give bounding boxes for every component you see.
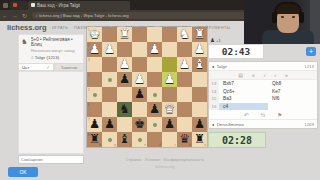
white-pawn: ♟ bbox=[177, 57, 192, 72]
player-row: ● DenisSmirnov 1269 bbox=[209, 119, 317, 128]
footer-links[interactable]: Справка · Условия · Конфиденциальность bbox=[110, 157, 220, 162]
move-white[interactable]: Qc6+ bbox=[219, 88, 268, 96]
square-g2[interactable]: ♟ bbox=[102, 42, 117, 57]
white-bishop: ♝ bbox=[192, 57, 207, 72]
square-g6[interactable] bbox=[102, 102, 117, 117]
chat-tabs: Чат ✓ Заметки bbox=[18, 63, 84, 71]
square-f5[interactable] bbox=[117, 87, 132, 102]
player-clock: 02:28 bbox=[208, 132, 266, 148]
square-d5[interactable] bbox=[147, 87, 162, 102]
move-row: 15Ba3Nf6 bbox=[209, 95, 317, 103]
white-rook: ♜ bbox=[117, 27, 132, 42]
move-black[interactable] bbox=[268, 103, 317, 111]
square-c4[interactable]: ♟ bbox=[162, 72, 177, 87]
blue-action-button[interactable]: OK bbox=[8, 167, 38, 177]
black-pawn: ♟ bbox=[162, 117, 177, 132]
chat-input[interactable] bbox=[18, 155, 84, 164]
move-row: 14Qc6+Ke7 bbox=[209, 88, 317, 96]
game-time-line: Несколько минут назад bbox=[31, 48, 81, 53]
white-pawn: ♟ bbox=[147, 42, 162, 57]
browser-tab-other[interactable] bbox=[10, 1, 28, 10]
lichess-logo[interactable]: lichess.org bbox=[7, 23, 47, 32]
square-h6[interactable]: 6 bbox=[87, 102, 102, 117]
square-a1[interactable]: ♜ bbox=[192, 27, 207, 42]
white-pawn: ♟ bbox=[102, 42, 117, 57]
move-black[interactable]: Nf6 bbox=[268, 95, 317, 103]
black-pawn: ♟ bbox=[147, 102, 162, 117]
last-move-highlight bbox=[162, 57, 177, 72]
tab-favicon bbox=[13, 3, 17, 7]
square-c5[interactable] bbox=[162, 87, 177, 102]
square-f6[interactable]: ♞ bbox=[117, 102, 132, 117]
url-text: lichess.org | Ваш ход - Игра Talgir - li… bbox=[39, 13, 129, 18]
material-advantage: ♟ +1 bbox=[210, 37, 221, 43]
reload-icon[interactable]: ↻ bbox=[22, 12, 27, 19]
headphone-cup-left-icon bbox=[272, 12, 277, 23]
square-g3[interactable] bbox=[102, 57, 117, 72]
square-e5[interactable]: ♟ bbox=[132, 87, 147, 102]
browser-menu-icon[interactable] bbox=[3, 3, 8, 8]
nav-item[interactable]: ИГРАТЬ bbox=[52, 25, 68, 30]
square-a4[interactable] bbox=[192, 72, 207, 87]
square-b3[interactable]: ♟ bbox=[177, 57, 192, 72]
square-e1[interactable] bbox=[132, 27, 147, 42]
square-g7[interactable]: ♟ bbox=[102, 117, 117, 132]
move-number: 15 bbox=[209, 95, 219, 103]
square-g4[interactable] bbox=[102, 72, 117, 87]
black-pawn: ♟ bbox=[102, 117, 117, 132]
white-player-line[interactable]: ○ Talgir (1213) bbox=[31, 55, 81, 60]
square-a3[interactable]: ♝ bbox=[192, 57, 207, 72]
square-d6[interactable]: ♟ bbox=[147, 102, 162, 117]
legal-move-dot bbox=[153, 123, 157, 127]
move-row: 16c4 bbox=[209, 103, 317, 111]
tab-chat-label: Чат bbox=[22, 65, 29, 70]
white-knight: ♞ bbox=[177, 27, 192, 42]
game-action-bar: ↶½⚑ bbox=[209, 110, 317, 119]
next-move-icon[interactable]: › bbox=[274, 72, 276, 78]
back-icon[interactable]: ← bbox=[2, 13, 8, 19]
square-h8[interactable]: ♜8h bbox=[87, 132, 102, 147]
square-f1[interactable]: ♜ bbox=[117, 27, 132, 42]
move-list-panel: ● Talgir 1213 ▤«‹›» 13Bxb7Qb814Qc6+Ke715… bbox=[208, 61, 318, 129]
opponent-rating: 1213 bbox=[304, 64, 314, 69]
black-king: ♚ bbox=[132, 117, 147, 132]
square-f8[interactable]: ♝f bbox=[117, 132, 132, 147]
legal-move-dot bbox=[138, 138, 142, 142]
square-h1[interactable]: ♚1 bbox=[87, 27, 102, 42]
square-b2[interactable] bbox=[177, 42, 192, 57]
give-time-button[interactable]: + bbox=[306, 47, 316, 56]
square-g1[interactable] bbox=[102, 27, 117, 42]
opponent-row: ● Talgir 1213 bbox=[209, 62, 317, 71]
black-pawn: ♟ bbox=[132, 87, 147, 102]
square-c1[interactable] bbox=[162, 27, 177, 42]
square-a7[interactable]: ♟ bbox=[192, 117, 207, 132]
square-a5[interactable] bbox=[192, 87, 207, 102]
move-black[interactable]: Qb8 bbox=[268, 80, 317, 88]
chat-toggle-check-icon[interactable]: ✓ bbox=[46, 65, 50, 70]
resign-flag-icon[interactable]: ⚑ bbox=[277, 112, 282, 118]
square-h7[interactable]: ♟7 bbox=[87, 117, 102, 132]
headphones-band-icon bbox=[274, 2, 302, 12]
move-table: 13Bxb7Qb814Qc6+Ke715Ba3Nf616c4 bbox=[209, 80, 317, 110]
black-pawn: ♟ bbox=[192, 117, 207, 132]
white-pawn: ♟ bbox=[117, 57, 132, 72]
legal-move-dot bbox=[153, 93, 157, 97]
square-e8[interactable]: e bbox=[132, 132, 147, 147]
square-f4[interactable]: ♟ bbox=[117, 72, 132, 87]
move-white[interactable]: Bxb7 bbox=[219, 80, 268, 88]
square-b4[interactable] bbox=[177, 72, 192, 87]
white-queen: ♛ bbox=[162, 102, 177, 117]
legal-move-dot bbox=[93, 93, 97, 97]
legal-move-dot bbox=[108, 78, 112, 82]
material-advantage-value: +1 bbox=[216, 38, 221, 43]
square-d2[interactable]: ♟ bbox=[147, 42, 162, 57]
square-a8[interactable]: ♜a bbox=[192, 132, 207, 147]
legal-move-dot bbox=[108, 138, 112, 142]
square-d7[interactable] bbox=[147, 117, 162, 132]
move-number: 14 bbox=[209, 88, 219, 96]
square-b5[interactable] bbox=[177, 87, 192, 102]
square-b7[interactable] bbox=[177, 117, 192, 132]
square-b6[interactable] bbox=[177, 102, 192, 117]
square-a6[interactable] bbox=[192, 102, 207, 117]
player-name[interactable]: DenisSmirnov bbox=[217, 122, 244, 127]
square-h5[interactable]: 5 bbox=[87, 87, 102, 102]
square-c2[interactable] bbox=[162, 42, 177, 57]
captured-pawn-icon: ♟ bbox=[210, 37, 215, 43]
square-e3[interactable] bbox=[132, 57, 147, 72]
tab-notes-label: Заметки bbox=[61, 65, 77, 70]
lichess-favicon bbox=[31, 3, 35, 7]
opponent-clock: 02:43 bbox=[208, 44, 264, 59]
square-a2[interactable]: ♟ bbox=[192, 42, 207, 57]
square-f2[interactable] bbox=[117, 42, 132, 57]
white-pawn: ♟ bbox=[192, 42, 207, 57]
tab-chat[interactable]: Чат ✓ bbox=[18, 63, 54, 71]
move-black[interactable]: Ke7 bbox=[268, 88, 317, 96]
last-move-icon[interactable]: » bbox=[285, 72, 288, 78]
square-d8[interactable]: d bbox=[147, 132, 162, 147]
move-number: 13 bbox=[209, 80, 219, 88]
opponent-name[interactable]: Talgir bbox=[217, 64, 228, 69]
square-b8[interactable]: ♛b bbox=[177, 132, 192, 147]
move-number: 16 bbox=[209, 103, 219, 111]
square-g5[interactable] bbox=[102, 87, 117, 102]
tab-title: Ваш ход - Игра Talgir bbox=[37, 3, 80, 8]
draw-offer-icon[interactable]: ½ bbox=[261, 112, 266, 118]
white-rook: ♜ bbox=[192, 27, 207, 42]
square-e6[interactable] bbox=[132, 102, 147, 117]
move-white[interactable]: Ba3 bbox=[219, 95, 268, 103]
square-g8[interactable]: g bbox=[102, 132, 117, 147]
takeback-icon[interactable]: ↶ bbox=[244, 112, 249, 118]
square-c6[interactable]: ♛ bbox=[162, 102, 177, 117]
square-h2[interactable]: ♟2 bbox=[87, 42, 102, 57]
square-b1[interactable]: ♞ bbox=[177, 27, 192, 42]
square-f7[interactable] bbox=[117, 117, 132, 132]
url-field[interactable]: ⌂ lichess.org | Ваш ход - Игра Talgir - … bbox=[32, 12, 248, 19]
white-pawn: ♟ bbox=[132, 72, 147, 87]
tab-notes[interactable]: Заметки bbox=[54, 63, 84, 71]
black-knight: ♞ bbox=[117, 102, 132, 117]
square-d4[interactable] bbox=[147, 72, 162, 87]
webcam-overlay bbox=[244, 0, 320, 44]
menu-icon[interactable]: ▤ bbox=[238, 72, 243, 78]
square-h3[interactable]: 3 bbox=[87, 57, 102, 72]
square-d1[interactable] bbox=[147, 27, 162, 42]
player-rating: 1269 bbox=[304, 122, 314, 127]
headphone-cup-right-icon bbox=[299, 12, 304, 23]
square-e4[interactable]: ♟ bbox=[132, 72, 147, 87]
white-player-dot-icon: ● bbox=[212, 64, 214, 69]
square-d3[interactable] bbox=[147, 57, 162, 72]
first-move-icon[interactable]: « bbox=[252, 72, 255, 78]
white-pawn: ♟ bbox=[162, 72, 177, 87]
square-c7[interactable]: ♟ bbox=[162, 117, 177, 132]
square-f3[interactable]: ♟ bbox=[117, 57, 132, 72]
square-c3[interactable] bbox=[162, 57, 177, 72]
streamer-eyes bbox=[281, 16, 295, 18]
square-e7[interactable]: ♚ bbox=[132, 117, 147, 132]
browser-tab-active[interactable]: Ваш ход - Игра Talgir bbox=[28, 1, 130, 10]
square-c8[interactable]: c bbox=[162, 132, 177, 147]
move-nav-bar: ▤«‹›» bbox=[209, 71, 317, 80]
forward-icon[interactable]: → bbox=[12, 13, 18, 19]
footer-site: lichess.org bbox=[110, 164, 220, 169]
chat-messages-area bbox=[18, 71, 84, 154]
square-e2[interactable] bbox=[132, 42, 147, 57]
chess-board: ♚1♜♞♜♟2♟♟♟3♟♟♝4♟♟♟5♟6♞♟♛♟7♟♚♟♟♜8hg♝fedc♛… bbox=[87, 27, 207, 147]
square-h4[interactable]: 4 bbox=[87, 72, 102, 87]
game-mode-line: 5+0 • Рейтинговая • Блиц bbox=[31, 37, 81, 47]
site-lock-icon: ⌂ bbox=[35, 13, 38, 18]
black-pawn: ♟ bbox=[117, 72, 132, 87]
prev-move-icon[interactable]: ‹ bbox=[264, 72, 266, 78]
blitz-icon: ♞ bbox=[21, 38, 27, 46]
move-white[interactable]: c4 bbox=[219, 103, 268, 111]
black-player-dot-icon: ● bbox=[212, 122, 214, 127]
move-row: 13Bxb7Qb8 bbox=[209, 80, 317, 88]
